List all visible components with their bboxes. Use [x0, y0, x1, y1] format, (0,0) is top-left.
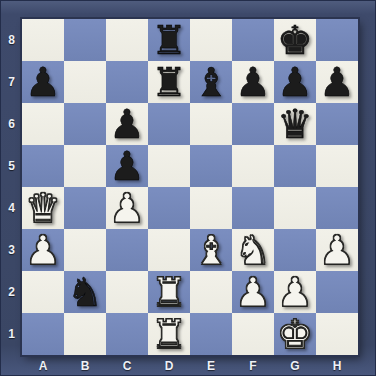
piece-white-rook-d1[interactable]: ♜: [151, 314, 187, 354]
square-e7[interactable]: ♝: [190, 61, 232, 103]
square-h4[interactable]: [316, 187, 358, 229]
piece-white-pawn-c4[interactable]: ♟: [109, 188, 145, 228]
rank-label-1: 1: [1, 313, 22, 355]
square-c3[interactable]: [106, 229, 148, 271]
chess-board-frame: 87654321 ♜♚♟♜♝♟♟♟♟♛♟♛♟♟♝♞♟♞♜♟♟♜♚ ABCDEFG…: [0, 0, 376, 376]
square-a5[interactable]: [22, 145, 64, 187]
square-g7[interactable]: ♟: [274, 61, 316, 103]
piece-black-pawn-f7[interactable]: ♟: [235, 62, 271, 102]
piece-white-rook-d2[interactable]: ♜: [151, 272, 187, 312]
piece-white-pawn-g2[interactable]: ♟: [277, 272, 313, 312]
square-b4[interactable]: [64, 187, 106, 229]
square-b1[interactable]: [64, 313, 106, 355]
rank-label-4: 4: [1, 187, 22, 229]
square-g8[interactable]: ♚: [274, 19, 316, 61]
piece-black-pawn-g7[interactable]: ♟: [277, 62, 313, 102]
square-d7[interactable]: ♜: [148, 61, 190, 103]
square-g2[interactable]: ♟: [274, 271, 316, 313]
square-f5[interactable]: [232, 145, 274, 187]
square-d1[interactable]: ♜: [148, 313, 190, 355]
square-f1[interactable]: [232, 313, 274, 355]
square-e6[interactable]: [190, 103, 232, 145]
square-d4[interactable]: [148, 187, 190, 229]
file-label-f: F: [232, 355, 274, 376]
square-d2[interactable]: ♜: [148, 271, 190, 313]
square-f3[interactable]: ♞: [232, 229, 274, 271]
rank-label-8: 8: [1, 19, 22, 61]
file-label-g: G: [274, 355, 316, 376]
file-labels: ABCDEFGH: [22, 355, 358, 376]
piece-white-bishop-e3[interactable]: ♝: [193, 230, 229, 270]
square-c8[interactable]: [106, 19, 148, 61]
square-h5[interactable]: [316, 145, 358, 187]
square-e2[interactable]: [190, 271, 232, 313]
square-c5[interactable]: ♟: [106, 145, 148, 187]
piece-black-pawn-a7[interactable]: ♟: [25, 62, 61, 102]
square-b3[interactable]: [64, 229, 106, 271]
file-label-h: H: [316, 355, 358, 376]
square-d8[interactable]: ♜: [148, 19, 190, 61]
chess-board: ♜♚♟♜♝♟♟♟♟♛♟♛♟♟♝♞♟♞♜♟♟♜♚: [22, 19, 358, 355]
square-b5[interactable]: [64, 145, 106, 187]
square-g3[interactable]: [274, 229, 316, 271]
square-a6[interactable]: [22, 103, 64, 145]
square-a8[interactable]: [22, 19, 64, 61]
square-a1[interactable]: [22, 313, 64, 355]
square-e4[interactable]: [190, 187, 232, 229]
piece-black-king-g8[interactable]: ♚: [277, 20, 313, 60]
square-f6[interactable]: [232, 103, 274, 145]
piece-black-pawn-h7[interactable]: ♟: [319, 62, 355, 102]
square-a7[interactable]: ♟: [22, 61, 64, 103]
square-b6[interactable]: [64, 103, 106, 145]
square-a4[interactable]: ♛: [22, 187, 64, 229]
square-g1[interactable]: ♚: [274, 313, 316, 355]
piece-black-bishop-e7[interactable]: ♝: [193, 62, 229, 102]
square-b7[interactable]: [64, 61, 106, 103]
piece-white-queen-a4[interactable]: ♛: [25, 188, 61, 228]
rank-label-6: 6: [1, 103, 22, 145]
square-h2[interactable]: [316, 271, 358, 313]
square-g6[interactable]: ♛: [274, 103, 316, 145]
square-g4[interactable]: [274, 187, 316, 229]
square-e5[interactable]: [190, 145, 232, 187]
square-c6[interactable]: ♟: [106, 103, 148, 145]
file-label-b: B: [64, 355, 106, 376]
rank-label-5: 5: [1, 145, 22, 187]
square-h1[interactable]: [316, 313, 358, 355]
square-c1[interactable]: [106, 313, 148, 355]
square-f4[interactable]: [232, 187, 274, 229]
square-h3[interactable]: ♟: [316, 229, 358, 271]
rank-label-3: 3: [1, 229, 22, 271]
square-d5[interactable]: [148, 145, 190, 187]
square-f8[interactable]: [232, 19, 274, 61]
rank-labels: 87654321: [1, 19, 22, 355]
square-h6[interactable]: [316, 103, 358, 145]
square-h8[interactable]: [316, 19, 358, 61]
square-d3[interactable]: [148, 229, 190, 271]
square-e8[interactable]: [190, 19, 232, 61]
piece-black-knight-b2[interactable]: ♞: [67, 272, 103, 312]
square-b2[interactable]: ♞: [64, 271, 106, 313]
piece-white-pawn-f2[interactable]: ♟: [235, 272, 271, 312]
square-h7[interactable]: ♟: [316, 61, 358, 103]
square-b8[interactable]: [64, 19, 106, 61]
square-f7[interactable]: ♟: [232, 61, 274, 103]
square-c4[interactable]: ♟: [106, 187, 148, 229]
square-c7[interactable]: [106, 61, 148, 103]
square-a2[interactable]: [22, 271, 64, 313]
file-label-d: D: [148, 355, 190, 376]
piece-white-king-g1[interactable]: ♚: [277, 314, 313, 354]
square-e1[interactable]: [190, 313, 232, 355]
square-e3[interactable]: ♝: [190, 229, 232, 271]
file-label-e: E: [190, 355, 232, 376]
piece-white-pawn-h3[interactable]: ♟: [319, 230, 355, 270]
square-a3[interactable]: ♟: [22, 229, 64, 271]
square-g5[interactable]: [274, 145, 316, 187]
piece-black-pawn-c6[interactable]: ♟: [109, 104, 145, 144]
file-label-c: C: [106, 355, 148, 376]
piece-black-rook-d7[interactable]: ♜: [151, 62, 187, 102]
piece-black-queen-g6[interactable]: ♛: [277, 104, 313, 144]
piece-white-pawn-a3[interactable]: ♟: [25, 230, 61, 270]
square-f2[interactable]: ♟: [232, 271, 274, 313]
piece-black-rook-d8[interactable]: ♜: [151, 20, 187, 60]
square-c2[interactable]: [106, 271, 148, 313]
file-label-a: A: [22, 355, 64, 376]
rank-label-7: 7: [1, 61, 22, 103]
rank-label-2: 2: [1, 271, 22, 313]
piece-white-knight-f3[interactable]: ♞: [235, 230, 271, 270]
square-d6[interactable]: [148, 103, 190, 145]
piece-black-pawn-c5[interactable]: ♟: [109, 146, 145, 186]
